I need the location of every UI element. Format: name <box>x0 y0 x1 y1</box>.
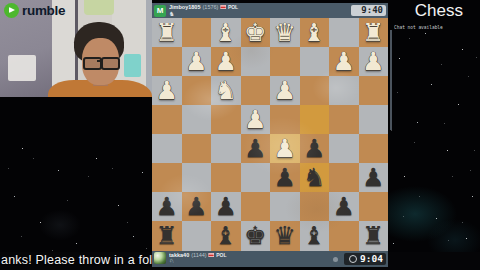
black-pawn-c5[interactable]: ♟ <box>300 134 330 163</box>
square-d4[interactable] <box>270 105 300 134</box>
square-f6[interactable] <box>211 163 241 192</box>
captured-pieces-bottom: ♘ <box>169 258 174 264</box>
black-queen-d8[interactable]: ♛ <box>270 221 300 250</box>
square-b8[interactable] <box>329 221 359 250</box>
black-pawn-a6[interactable]: ♟ <box>359 163 389 192</box>
webcam-teal-object <box>124 54 141 77</box>
square-h2[interactable] <box>152 47 182 76</box>
flag-icon-top <box>220 5 226 9</box>
square-g8[interactable] <box>182 221 212 250</box>
square-g5[interactable] <box>182 134 212 163</box>
white-queen-d1[interactable]: ♛ <box>270 18 300 47</box>
white-pawn-b2[interactable]: ♟ <box>329 47 359 76</box>
black-knight-c6[interactable]: ♞ <box>300 163 330 192</box>
black-pawn-f7[interactable]: ♟ <box>211 192 241 221</box>
square-d3[interactable]: ♟ <box>270 76 300 105</box>
rumble-logo-text: rumble <box>22 3 65 18</box>
white-bishop-f1[interactable]: ♝ <box>211 18 241 47</box>
streamer-glasses-bridge <box>97 60 102 62</box>
white-pawn-d5[interactable]: ♟ <box>270 134 300 163</box>
clock-bottom-time: 9:04 <box>360 253 383 264</box>
black-pawn-g7[interactable]: ♟ <box>182 192 212 221</box>
square-d6[interactable]: ♟ <box>270 163 300 192</box>
stream-screen: rumble Chess Chat not available anks! Pl… <box>0 0 480 270</box>
clock-icon <box>349 255 357 263</box>
square-f2[interactable]: ♟ <box>211 47 241 76</box>
black-rook-h8[interactable]: ♜ <box>152 221 182 250</box>
square-h4[interactable] <box>152 105 182 134</box>
player-top-rating: (1576) <box>202 4 218 10</box>
square-e5[interactable]: ♟ <box>241 134 271 163</box>
white-pawn-a2[interactable]: ♟ <box>359 47 389 76</box>
player-bottom-rating: (1144) <box>191 252 206 258</box>
black-bishop-f8[interactable]: ♝ <box>211 221 241 250</box>
captured-pieces-top: ♞ <box>169 11 174 17</box>
player-bottom-country: POL <box>216 252 226 258</box>
square-a2[interactable]: ♟ <box>359 47 389 76</box>
chess-app: M Jimboy1805 (1576) POL ♞ 9:40 ♜♝♚♛♝♜♟♟♟… <box>152 3 388 267</box>
square-g4[interactable] <box>182 105 212 134</box>
square-f3[interactable]: ♞ <box>211 76 241 105</box>
square-d5[interactable]: ♟ <box>270 134 300 163</box>
square-b1[interactable] <box>329 18 359 47</box>
square-e6[interactable] <box>241 163 271 192</box>
status-dot <box>333 257 338 262</box>
player-top-country: POL <box>228 4 238 10</box>
square-e1[interactable]: ♚ <box>241 18 271 47</box>
square-a3[interactable] <box>359 76 389 105</box>
white-rook-a1[interactable]: ♜ <box>359 18 389 47</box>
square-g1[interactable] <box>182 18 212 47</box>
webcam-green-wall-patch <box>84 0 114 15</box>
square-g6[interactable] <box>182 163 212 192</box>
chat-status-text: Chat not available <box>394 25 443 30</box>
square-a6[interactable]: ♟ <box>359 163 389 192</box>
black-rook-a8[interactable]: ♜ <box>359 221 389 250</box>
flag-icon-bottom <box>209 253 215 257</box>
square-e2[interactable] <box>241 47 271 76</box>
player-bar-bottom: takka40 (1144) POL ♘ 9:04 <box>152 251 388 268</box>
player-top-name[interactable]: Jimboy1805 <box>169 4 200 10</box>
white-pawn-h3[interactable]: ♟ <box>152 76 182 105</box>
square-c4[interactable] <box>300 105 330 134</box>
white-pawn-d3[interactable]: ♟ <box>270 76 300 105</box>
square-g7[interactable]: ♟ <box>182 192 212 221</box>
square-b4[interactable] <box>329 105 359 134</box>
square-d8[interactable]: ♛ <box>270 221 300 250</box>
chess-board[interactable]: ♜♝♚♛♝♜♟♟♟♟♟♞♟♟♟♟♟♟♞♟♟♟♟♟♜♝♚♛♝♜ <box>152 18 388 251</box>
square-f1[interactable]: ♝ <box>211 18 241 47</box>
square-a5[interactable] <box>359 134 389 163</box>
chat-scrollbar[interactable] <box>390 30 392 130</box>
square-c2[interactable] <box>300 47 330 76</box>
square-c5[interactable]: ♟ <box>300 134 330 163</box>
black-king-e8[interactable]: ♚ <box>241 221 271 250</box>
avatar-top-player[interactable]: M <box>154 5 166 17</box>
white-pawn-f2[interactable]: ♟ <box>211 47 241 76</box>
square-c3[interactable] <box>300 76 330 105</box>
black-pawn-h7[interactable]: ♟ <box>152 192 182 221</box>
square-d7[interactable] <box>270 192 300 221</box>
square-e4[interactable]: ♟ <box>241 105 271 134</box>
square-f5[interactable] <box>211 134 241 163</box>
white-knight-f3[interactable]: ♞ <box>211 76 241 105</box>
square-b5[interactable] <box>329 134 359 163</box>
square-c7[interactable] <box>300 192 330 221</box>
square-c1[interactable]: ♝ <box>300 18 330 47</box>
square-e8[interactable]: ♚ <box>241 221 271 250</box>
white-rook-h1[interactable]: ♜ <box>152 18 182 47</box>
webcam-background-object <box>8 55 36 81</box>
white-king-e1[interactable]: ♚ <box>241 18 271 47</box>
square-h1[interactable]: ♜ <box>152 18 182 47</box>
square-d1[interactable]: ♛ <box>270 18 300 47</box>
square-h5[interactable] <box>152 134 182 163</box>
white-pawn-g2[interactable]: ♟ <box>182 47 212 76</box>
square-f8[interactable]: ♝ <box>211 221 241 250</box>
square-b3[interactable] <box>329 76 359 105</box>
streamer-glasses-right <box>101 57 120 70</box>
player-bottom-name-line: takka40 (1144) POL <box>169 252 226 258</box>
square-f4[interactable] <box>211 105 241 134</box>
clock-bottom: 9:04 <box>344 253 386 266</box>
white-pawn-e4[interactable]: ♟ <box>241 105 271 134</box>
clock-top: 9:40 <box>351 5 386 17</box>
square-h3[interactable]: ♟ <box>152 76 182 105</box>
stream-title: Chess <box>415 1 463 21</box>
player-top-name-line: Jimboy1805 (1576) POL <box>169 4 238 10</box>
square-e7[interactable] <box>241 192 271 221</box>
square-h6[interactable] <box>152 163 182 192</box>
square-h8[interactable]: ♜ <box>152 221 182 250</box>
black-pawn-d6[interactable]: ♟ <box>270 163 300 192</box>
square-h7[interactable]: ♟ <box>152 192 182 221</box>
square-c8[interactable]: ♝ <box>300 221 330 250</box>
square-a8[interactable]: ♜ <box>359 221 389 250</box>
player-bar-top: M Jimboy1805 (1576) POL ♞ 9:40 <box>152 3 388 18</box>
square-g3[interactable] <box>182 76 212 105</box>
square-g2[interactable]: ♟ <box>182 47 212 76</box>
square-d2[interactable] <box>270 47 300 76</box>
black-pawn-e5[interactable]: ♟ <box>241 134 271 163</box>
black-pawn-b7[interactable]: ♟ <box>329 192 359 221</box>
square-a7[interactable] <box>359 192 389 221</box>
black-bishop-c8[interactable]: ♝ <box>300 221 330 250</box>
square-a4[interactable] <box>359 105 389 134</box>
square-e3[interactable] <box>241 76 271 105</box>
white-bishop-c1[interactable]: ♝ <box>300 18 330 47</box>
square-a1[interactable]: ♜ <box>359 18 389 47</box>
play-circle-icon <box>4 3 19 18</box>
avatar-bottom-player[interactable] <box>154 252 166 264</box>
square-c6[interactable]: ♞ <box>300 163 330 192</box>
ticker-text: anks! Please throw in a follow, <box>1 253 175 267</box>
square-b2[interactable]: ♟ <box>329 47 359 76</box>
square-b7[interactable]: ♟ <box>329 192 359 221</box>
streamer-glasses-left <box>83 57 102 70</box>
rumble-logo[interactable]: rumble <box>4 3 65 18</box>
square-f7[interactable]: ♟ <box>211 192 241 221</box>
square-b6[interactable] <box>329 163 359 192</box>
